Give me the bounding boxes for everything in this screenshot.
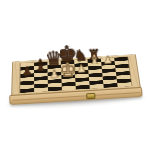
square-g1[interactable] (103, 83, 117, 88)
piece-white-bishop-f7[interactable]: ♝ (87, 50, 101, 64)
piece-black-bishop-b6[interactable]: ♝ (33, 54, 48, 71)
brass-clasp-icon (86, 93, 95, 100)
square-f1[interactable] (90, 84, 104, 89)
square-c1[interactable] (48, 87, 62, 92)
square-a1[interactable] (20, 88, 34, 93)
square-h1[interactable] (117, 82, 131, 87)
chess-set: ♚♞♜♛♝♟♝♟♟♟♟♚ (0, 0, 150, 150)
piece-white-king-d4[interactable]: ♚ (60, 57, 75, 77)
photo-background: ♚♞♜♛♝♟♝♟♟♟♟♚ (0, 0, 150, 150)
square-b1[interactable] (34, 87, 48, 92)
piece-black-pawn-a5[interactable]: ♟ (20, 63, 34, 76)
square-e1[interactable] (76, 85, 90, 90)
square-d1[interactable] (62, 86, 76, 91)
piece-white-pawn-g7[interactable]: ♟ (101, 52, 115, 63)
